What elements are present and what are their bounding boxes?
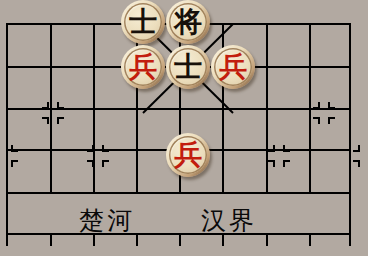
board-cell: [311, 68, 349, 110]
board-cell: [52, 110, 95, 151]
board-cell: [224, 110, 268, 151]
piece-red-soldier-f2[interactable]: 兵: [211, 45, 255, 89]
board-cell-clipped: [138, 235, 181, 246]
piece-red-soldier-e4[interactable]: 兵: [166, 133, 210, 177]
board-cell-clipped: [181, 235, 224, 246]
piece-red-soldier-d2[interactable]: 兵: [121, 45, 165, 89]
board-cell-clipped: [268, 235, 311, 246]
piece-black-advisor-e2[interactable]: 士: [166, 45, 210, 89]
piece-glyph: 兵: [211, 45, 255, 89]
board-cell: [311, 25, 349, 68]
board-cell: [268, 110, 311, 151]
piece-glyph: 兵: [166, 133, 210, 177]
board-cell-clipped: [311, 235, 349, 246]
piece-black-general-e1[interactable]: 将: [166, 0, 210, 44]
board-cell: [95, 151, 138, 194]
board-cell: [224, 151, 268, 194]
board-cell: [8, 25, 52, 68]
board-cell: [8, 110, 52, 151]
piece-glyph: 兵: [121, 45, 165, 89]
board-cell: [8, 68, 52, 110]
board-cell: [52, 68, 95, 110]
river-label-han: 汉界: [201, 206, 257, 236]
piece-glyph: 将: [166, 0, 210, 44]
board-cell-clipped: [95, 235, 138, 246]
piece-glyph: 士: [121, 0, 165, 44]
board-cell: [268, 25, 311, 68]
board-cell-clipped: [8, 235, 52, 246]
board-cell: [95, 110, 138, 151]
board-cell-clipped: [224, 235, 268, 246]
xiangqi-board[interactable]: 楚河 汉界 士将兵士兵兵: [0, 0, 368, 256]
board-cell: [52, 151, 95, 194]
board-cell: [311, 151, 349, 194]
board-cell: [8, 151, 52, 194]
board-cell: [52, 25, 95, 68]
river-label-chu: 楚河: [79, 206, 135, 236]
piece-black-advisor-d1[interactable]: 士: [121, 0, 165, 44]
piece-glyph: 士: [166, 45, 210, 89]
board-cell: [311, 110, 349, 151]
river-band: [8, 194, 349, 235]
board-cell: [268, 68, 311, 110]
board-cell: [268, 151, 311, 194]
board-cell-clipped: [52, 235, 95, 246]
